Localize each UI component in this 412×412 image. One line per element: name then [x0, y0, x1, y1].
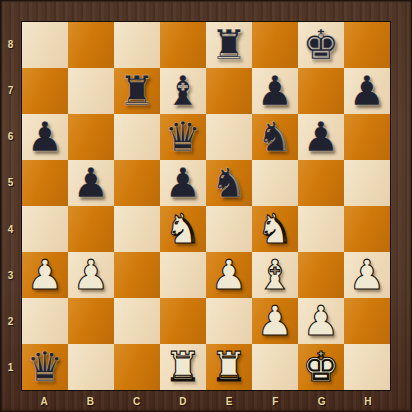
rank-label-2: 2 — [0, 299, 21, 345]
piece-black-king[interactable]: ♚ — [298, 22, 344, 68]
piece-white-rook[interactable]: ♜ — [160, 344, 206, 390]
piece-black-pawn[interactable]: ♟ — [344, 68, 390, 114]
piece-white-knight[interactable]: ♞ — [160, 206, 206, 252]
file-label-c: C — [114, 390, 160, 412]
square-b1[interactable] — [68, 344, 114, 390]
square-a5[interactable] — [22, 160, 68, 206]
square-d4[interactable]: ♞ — [160, 206, 206, 252]
square-g5[interactable] — [298, 160, 344, 206]
square-f6[interactable]: ♞ — [252, 114, 298, 160]
square-d6[interactable]: ♛ — [160, 114, 206, 160]
square-e4[interactable] — [206, 206, 252, 252]
square-h2[interactable] — [344, 298, 390, 344]
chess-board: ♜♚♜♝♟♟♟♛♞♟♟♟♞♞♞♟♟♟♝♟♟♟♛♜♜♚ — [21, 21, 391, 391]
piece-white-pawn[interactable]: ♟ — [22, 252, 68, 298]
chessboard-widget: 87654321 ♜♚♜♝♟♟♟♛♞♟♟♟♞♞♞♟♟♟♝♟♟♟♛♜♜♚ ABCD… — [0, 0, 412, 412]
piece-black-pawn[interactable]: ♟ — [68, 160, 114, 206]
file-label-b: B — [67, 390, 113, 412]
square-a7[interactable] — [22, 68, 68, 114]
rank-label-1: 1 — [0, 345, 21, 391]
square-c5[interactable] — [114, 160, 160, 206]
square-b2[interactable] — [68, 298, 114, 344]
file-label-f: F — [252, 390, 298, 412]
rank-label-5: 5 — [0, 160, 21, 206]
square-d1[interactable]: ♜ — [160, 344, 206, 390]
piece-black-rook[interactable]: ♜ — [206, 22, 252, 68]
square-c7[interactable]: ♜ — [114, 68, 160, 114]
piece-black-pawn[interactable]: ♟ — [22, 114, 68, 160]
square-f4[interactable]: ♞ — [252, 206, 298, 252]
rank-labels: 87654321 — [0, 21, 21, 391]
square-d5[interactable]: ♟ — [160, 160, 206, 206]
file-labels: ABCDEFGH — [21, 390, 391, 412]
piece-white-king[interactable]: ♚ — [298, 344, 344, 390]
piece-white-bishop[interactable]: ♝ — [252, 252, 298, 298]
file-label-e: E — [206, 390, 252, 412]
square-g4[interactable] — [298, 206, 344, 252]
square-c8[interactable] — [114, 22, 160, 68]
file-label-g: G — [299, 390, 345, 412]
square-f5[interactable] — [252, 160, 298, 206]
square-e8[interactable]: ♜ — [206, 22, 252, 68]
square-h8[interactable] — [344, 22, 390, 68]
square-b6[interactable] — [68, 114, 114, 160]
square-e5[interactable]: ♞ — [206, 160, 252, 206]
square-a4[interactable] — [22, 206, 68, 252]
piece-black-rook[interactable]: ♜ — [114, 68, 160, 114]
square-c3[interactable] — [114, 252, 160, 298]
square-h7[interactable]: ♟ — [344, 68, 390, 114]
square-h5[interactable] — [344, 160, 390, 206]
square-a1[interactable]: ♛ — [22, 344, 68, 390]
piece-black-bishop[interactable]: ♝ — [160, 68, 206, 114]
rank-label-4: 4 — [0, 206, 21, 252]
square-g3[interactable] — [298, 252, 344, 298]
piece-white-pawn[interactable]: ♟ — [344, 252, 390, 298]
square-e1[interactable]: ♜ — [206, 344, 252, 390]
square-c4[interactable] — [114, 206, 160, 252]
square-d8[interactable] — [160, 22, 206, 68]
piece-white-knight[interactable]: ♞ — [252, 206, 298, 252]
square-b7[interactable] — [68, 68, 114, 114]
rank-label-8: 8 — [0, 21, 21, 67]
square-f3[interactable]: ♝ — [252, 252, 298, 298]
piece-black-queen[interactable]: ♛ — [160, 114, 206, 160]
square-e6[interactable] — [206, 114, 252, 160]
square-g1[interactable]: ♚ — [298, 344, 344, 390]
square-a3[interactable]: ♟ — [22, 252, 68, 298]
square-e2[interactable] — [206, 298, 252, 344]
square-g7[interactable] — [298, 68, 344, 114]
square-b5[interactable]: ♟ — [68, 160, 114, 206]
square-g6[interactable]: ♟ — [298, 114, 344, 160]
piece-black-knight[interactable]: ♞ — [206, 160, 252, 206]
rank-label-3: 3 — [0, 252, 21, 298]
square-d3[interactable] — [160, 252, 206, 298]
square-h3[interactable]: ♟ — [344, 252, 390, 298]
file-label-d: D — [160, 390, 206, 412]
square-f7[interactable]: ♟ — [252, 68, 298, 114]
square-a8[interactable] — [22, 22, 68, 68]
square-f1[interactable] — [252, 344, 298, 390]
file-label-h: H — [345, 390, 391, 412]
square-a2[interactable] — [22, 298, 68, 344]
square-a6[interactable]: ♟ — [22, 114, 68, 160]
square-b4[interactable] — [68, 206, 114, 252]
square-c1[interactable] — [114, 344, 160, 390]
square-h6[interactable] — [344, 114, 390, 160]
piece-black-pawn[interactable]: ♟ — [160, 160, 206, 206]
square-e7[interactable] — [206, 68, 252, 114]
piece-white-rook[interactable]: ♜ — [206, 344, 252, 390]
piece-black-queen[interactable]: ♛ — [22, 344, 68, 390]
piece-black-knight[interactable]: ♞ — [252, 114, 298, 160]
square-c2[interactable] — [114, 298, 160, 344]
piece-white-pawn[interactable]: ♟ — [298, 298, 344, 344]
rank-label-7: 7 — [0, 67, 21, 113]
square-e3[interactable]: ♟ — [206, 252, 252, 298]
square-h4[interactable] — [344, 206, 390, 252]
square-f2[interactable]: ♟ — [252, 298, 298, 344]
square-c6[interactable] — [114, 114, 160, 160]
square-b3[interactable]: ♟ — [68, 252, 114, 298]
piece-white-pawn[interactable]: ♟ — [252, 298, 298, 344]
square-d2[interactable] — [160, 298, 206, 344]
piece-white-pawn[interactable]: ♟ — [206, 252, 252, 298]
piece-black-pawn[interactable]: ♟ — [298, 114, 344, 160]
square-b8[interactable] — [68, 22, 114, 68]
square-d7[interactable]: ♝ — [160, 68, 206, 114]
square-g8[interactable]: ♚ — [298, 22, 344, 68]
piece-white-pawn[interactable]: ♟ — [68, 252, 114, 298]
piece-black-pawn[interactable]: ♟ — [252, 68, 298, 114]
square-f8[interactable] — [252, 22, 298, 68]
file-label-a: A — [21, 390, 67, 412]
rank-label-6: 6 — [0, 114, 21, 160]
square-g2[interactable]: ♟ — [298, 298, 344, 344]
square-h1[interactable] — [344, 344, 390, 390]
